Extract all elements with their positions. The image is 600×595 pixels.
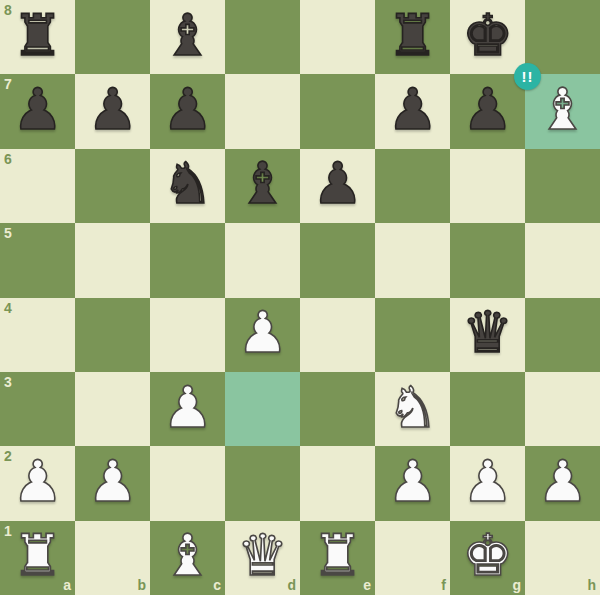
- piece-white-pawn[interactable]: ♟: [387, 453, 438, 510]
- square-d7[interactable]: [225, 74, 300, 148]
- piece-white-pawn[interactable]: ♟: [237, 304, 288, 361]
- square-f4[interactable]: [375, 298, 450, 372]
- piece-black-rook[interactable]: ♜: [387, 7, 438, 64]
- piece-white-bishop[interactable]: ♝: [537, 81, 588, 138]
- square-d3[interactable]: [225, 372, 300, 446]
- square-d5[interactable]: [225, 223, 300, 297]
- coordinate-file-d: d: [287, 578, 296, 592]
- square-h3[interactable]: [525, 372, 600, 446]
- coordinate-file-a: a: [63, 578, 71, 592]
- square-c5[interactable]: [150, 223, 225, 297]
- square-g6[interactable]: [450, 149, 525, 223]
- square-g4[interactable]: ♛: [450, 298, 525, 372]
- square-a4[interactable]: 4: [0, 298, 75, 372]
- square-f8[interactable]: ♜: [375, 0, 450, 74]
- coordinate-file-c: c: [213, 578, 221, 592]
- piece-white-pawn[interactable]: ♟: [12, 453, 63, 510]
- coordinate-rank-5: 5: [4, 226, 12, 240]
- square-a7[interactable]: 7♟: [0, 74, 75, 148]
- square-f3[interactable]: ♞: [375, 372, 450, 446]
- square-a5[interactable]: 5: [0, 223, 75, 297]
- square-c2[interactable]: [150, 446, 225, 520]
- square-b6[interactable]: [75, 149, 150, 223]
- square-c6[interactable]: ♞: [150, 149, 225, 223]
- coordinate-file-g: g: [512, 578, 521, 592]
- square-h5[interactable]: [525, 223, 600, 297]
- square-e5[interactable]: [300, 223, 375, 297]
- square-b3[interactable]: [75, 372, 150, 446]
- piece-black-rook[interactable]: ♜: [12, 7, 63, 64]
- square-f6[interactable]: [375, 149, 450, 223]
- piece-black-bishop[interactable]: ♝: [237, 155, 288, 212]
- square-e3[interactable]: [300, 372, 375, 446]
- square-g2[interactable]: ♟: [450, 446, 525, 520]
- coordinate-file-b: b: [137, 578, 146, 592]
- coordinate-rank-8: 8: [4, 3, 12, 17]
- square-g7[interactable]: ♟: [450, 74, 525, 148]
- piece-white-rook[interactable]: ♜: [12, 527, 63, 584]
- piece-black-king[interactable]: ♚: [462, 7, 513, 64]
- coordinate-file-f: f: [441, 578, 446, 592]
- square-g5[interactable]: [450, 223, 525, 297]
- square-g8[interactable]: ♚: [450, 0, 525, 74]
- square-c1[interactable]: c♝: [150, 521, 225, 595]
- square-f1[interactable]: f: [375, 521, 450, 595]
- piece-black-pawn[interactable]: ♟: [387, 81, 438, 138]
- square-h6[interactable]: [525, 149, 600, 223]
- square-a1[interactable]: 1a♜: [0, 521, 75, 595]
- square-f7[interactable]: ♟: [375, 74, 450, 148]
- piece-black-pawn[interactable]: ♟: [12, 81, 63, 138]
- coordinate-file-e: e: [363, 578, 371, 592]
- square-d8[interactable]: [225, 0, 300, 74]
- square-d2[interactable]: [225, 446, 300, 520]
- piece-black-bishop[interactable]: ♝: [162, 7, 213, 64]
- square-d1[interactable]: d♛: [225, 521, 300, 595]
- square-d4[interactable]: ♟: [225, 298, 300, 372]
- piece-black-pawn[interactable]: ♟: [162, 81, 213, 138]
- square-h8[interactable]: [525, 0, 600, 74]
- coordinate-rank-1: 1: [4, 524, 12, 538]
- square-c4[interactable]: [150, 298, 225, 372]
- piece-black-queen[interactable]: ♛: [462, 304, 513, 361]
- piece-black-pawn[interactable]: ♟: [312, 155, 363, 212]
- square-a2[interactable]: 2♟: [0, 446, 75, 520]
- piece-white-king[interactable]: ♚: [462, 527, 513, 584]
- square-e7[interactable]: [300, 74, 375, 148]
- piece-white-pawn[interactable]: ♟: [462, 453, 513, 510]
- square-a8[interactable]: 8♜: [0, 0, 75, 74]
- piece-white-bishop[interactable]: ♝: [162, 527, 213, 584]
- square-h2[interactable]: ♟: [525, 446, 600, 520]
- square-b8[interactable]: [75, 0, 150, 74]
- square-f5[interactable]: [375, 223, 450, 297]
- piece-black-pawn[interactable]: ♟: [87, 81, 138, 138]
- square-b1[interactable]: b: [75, 521, 150, 595]
- piece-white-knight[interactable]: ♞: [387, 379, 438, 436]
- square-h4[interactable]: [525, 298, 600, 372]
- square-a3[interactable]: 3: [0, 372, 75, 446]
- square-c3[interactable]: ♟: [150, 372, 225, 446]
- coordinate-rank-6: 6: [4, 152, 12, 166]
- piece-white-pawn[interactable]: ♟: [87, 453, 138, 510]
- square-g1[interactable]: g♚: [450, 521, 525, 595]
- piece-white-queen[interactable]: ♛: [237, 527, 288, 584]
- square-f2[interactable]: ♟: [375, 446, 450, 520]
- square-g3[interactable]: [450, 372, 525, 446]
- square-e2[interactable]: [300, 446, 375, 520]
- square-h7[interactable]: ♝!!: [525, 74, 600, 148]
- piece-white-pawn[interactable]: ♟: [162, 379, 213, 436]
- coordinate-rank-7: 7: [4, 77, 12, 91]
- square-e1[interactable]: e♜: [300, 521, 375, 595]
- coordinate-rank-3: 3: [4, 375, 12, 389]
- square-b5[interactable]: [75, 223, 150, 297]
- square-a6[interactable]: 6: [0, 149, 75, 223]
- square-e6[interactable]: ♟: [300, 149, 375, 223]
- square-h1[interactable]: h: [525, 521, 600, 595]
- coordinate-file-h: h: [587, 578, 596, 592]
- square-b7[interactable]: ♟: [75, 74, 150, 148]
- square-b2[interactable]: ♟: [75, 446, 150, 520]
- coordinate-rank-4: 4: [4, 301, 12, 315]
- square-e8[interactable]: [300, 0, 375, 74]
- chess-board: 8♜♝♜♚7♟♟♟♟♟♝!!6♞♝♟54♟♛3♟♞2♟♟♟♟♟1a♜bc♝d♛e…: [0, 0, 600, 595]
- piece-white-pawn[interactable]: ♟: [537, 453, 588, 510]
- square-e4[interactable]: [300, 298, 375, 372]
- piece-white-rook[interactable]: ♜: [312, 527, 363, 584]
- coordinate-rank-2: 2: [4, 449, 12, 463]
- square-d6[interactable]: ♝: [225, 149, 300, 223]
- square-c7[interactable]: ♟: [150, 74, 225, 148]
- square-c8[interactable]: ♝: [150, 0, 225, 74]
- square-b4[interactable]: [75, 298, 150, 372]
- piece-black-pawn[interactable]: ♟: [462, 81, 513, 138]
- piece-black-knight[interactable]: ♞: [162, 155, 213, 212]
